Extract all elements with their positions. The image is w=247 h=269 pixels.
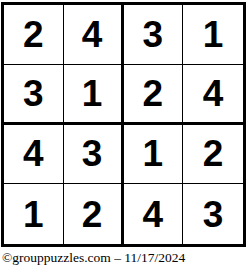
sudoku-board: 2 4 3 1 3 1 2 4 4 3 1 2 1 2 4 3	[1, 2, 246, 247]
cell-r4c2: 2	[64, 184, 124, 244]
cell-r2c2: 1	[64, 65, 124, 125]
copyright-date-text: ©grouppuzzles.com – 11/17/2024	[2, 250, 185, 266]
cell-r4c4: 3	[183, 184, 243, 244]
cell-r4c1: 1	[4, 184, 64, 244]
cell-r1c3: 3	[124, 5, 184, 65]
cell-r2c3: 2	[124, 65, 184, 125]
cell-r3c4: 2	[183, 125, 243, 185]
cell-r3c1: 4	[4, 125, 64, 185]
cell-r1c4: 1	[183, 5, 243, 65]
cell-r4c3: 4	[124, 184, 184, 244]
cell-r3c2: 3	[64, 125, 124, 185]
cell-r1c1: 2	[4, 5, 64, 65]
cell-r3c3: 1	[124, 125, 184, 185]
sudoku-page: 2 4 3 1 3 1 2 4 4 3 1 2 1 2 4 3 ©grouppu…	[0, 0, 247, 269]
cell-r1c2: 4	[64, 5, 124, 65]
cell-r2c1: 3	[4, 65, 64, 125]
cell-r2c4: 4	[183, 65, 243, 125]
